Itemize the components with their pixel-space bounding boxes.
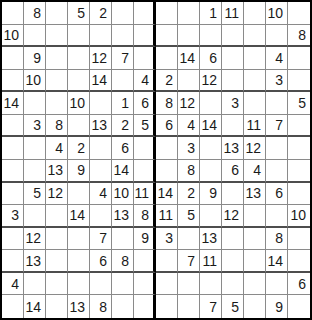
cell-r7c7-empty[interactable] [134,137,156,160]
cell-r5c13-empty[interactable] [266,92,288,115]
cell-r10c11-given: 12 [222,205,244,228]
cell-r2c11-empty[interactable] [222,25,244,48]
cell-r10c2-empty[interactable] [24,205,46,228]
cell-r8c1-empty[interactable] [2,160,24,183]
cell-r4c7-given: 4 [134,70,156,93]
cell-r3c2-given: 9 [24,47,46,70]
cell-r2c1-given: 10 [2,25,24,48]
cell-r2c8-empty[interactable] [156,25,178,48]
cell-r10c12-empty[interactable] [244,205,266,228]
cell-r1c8-empty[interactable] [156,2,178,25]
cell-r12c12-empty[interactable] [244,250,266,273]
cell-r11c14-empty[interactable] [288,228,310,251]
cell-r12c10-given: 11 [200,250,222,273]
cell-r5c2-empty[interactable] [24,92,46,115]
cell-r4c13-given: 3 [266,70,288,93]
cell-r9c10-given: 9 [200,183,222,206]
cell-r10c5-empty[interactable] [90,205,112,228]
cell-r6c4-empty[interactable] [68,115,90,138]
cell-r2c9-empty[interactable] [178,25,200,48]
cell-r1c13-given: 10 [266,2,288,25]
cell-r12c4-empty[interactable] [68,250,90,273]
cell-r13c1-given: 4 [2,273,24,296]
cell-r12c1-empty[interactable] [2,250,24,273]
cell-r12c5-given: 6 [90,250,112,273]
cell-r6c12-given: 11 [244,115,266,138]
cell-r6c3-given: 8 [46,115,68,138]
cell-r2c12-empty[interactable] [244,25,266,48]
cell-r12c13-given: 14 [266,250,288,273]
cell-r5c6-given: 1 [112,92,134,115]
cell-r11c8-given: 3 [156,228,178,251]
cell-r2c14-given: 8 [288,25,310,48]
cell-r14c10-given: 7 [200,295,222,318]
cell-r3c9-given: 14 [178,47,200,70]
cell-r7c9-given: 3 [178,137,200,160]
cell-r4c10-given: 12 [200,70,222,93]
cell-r8c2-empty[interactable] [24,160,46,183]
cell-r11c13-given: 8 [266,228,288,251]
cell-r9c6-given: 10 [112,183,134,206]
cell-r13c11-empty[interactable] [222,273,244,296]
cell-r8c9-given: 8 [178,160,200,183]
cell-r4c12-empty[interactable] [244,70,266,93]
cell-r4c2-given: 10 [24,70,46,93]
cell-r10c13-empty[interactable] [266,205,288,228]
cell-r2c5-empty[interactable] [90,25,112,48]
cell-r14c9-empty[interactable] [178,295,200,318]
cell-r10c10-empty[interactable] [200,205,222,228]
cell-r3c8-empty[interactable] [156,47,178,70]
cell-r8c4-given: 9 [68,160,90,183]
cell-r7c1-empty[interactable] [2,137,24,160]
cell-r3c4-empty[interactable] [68,47,90,70]
cell-r7c2-empty[interactable] [24,137,46,160]
cell-r10c1-given: 3 [2,205,24,228]
cell-r10c9-given: 5 [178,205,200,228]
cell-r12c2-given: 13 [24,250,46,273]
cell-r9c11-empty[interactable] [222,183,244,206]
cell-r1c10-given: 1 [200,2,222,25]
cell-r1c1-empty[interactable] [2,2,24,25]
cell-r6c8-given: 6 [156,115,178,138]
cell-r3c12-empty[interactable] [244,47,266,70]
cell-r11c7-given: 9 [134,228,156,251]
cell-r1c2-given: 8 [24,2,46,25]
cell-r14c1-empty[interactable] [2,295,24,318]
cell-r8c14-empty[interactable] [288,160,310,183]
cell-r4c6-empty[interactable] [112,70,134,93]
cell-r12c3-empty[interactable] [46,250,68,273]
cell-r10c6-given: 13 [112,205,134,228]
cell-r3c10-given: 6 [200,47,222,70]
cell-r9c14-empty[interactable] [288,183,310,206]
cell-r11c9-empty[interactable] [178,228,200,251]
cell-r14c2-given: 14 [24,295,46,318]
cell-r7c4-given: 2 [68,137,90,160]
cell-r14c11-given: 5 [222,295,244,318]
cell-r9c8-given: 14 [156,183,178,206]
cell-r5c5-empty[interactable] [90,92,112,115]
cell-r4c1-empty[interactable] [2,70,24,93]
cell-r10c8-given: 11 [156,205,178,228]
cell-r9c9-given: 2 [178,183,200,206]
cell-r2c3-empty[interactable] [46,25,68,48]
cell-r7c11-given: 13 [222,137,244,160]
cell-r5c7-given: 6 [134,92,156,115]
cell-r6c13-given: 7 [266,115,288,138]
cell-r7c13-empty[interactable] [266,137,288,160]
cell-r6c10-given: 14 [200,115,222,138]
cell-r4c5-given: 14 [90,70,112,93]
cell-r2c4-empty[interactable] [68,25,90,48]
cell-r2c2-empty[interactable] [24,25,46,48]
cell-r11c5-given: 7 [90,228,112,251]
cell-r11c12-empty[interactable] [244,228,266,251]
cell-r2c10-empty[interactable] [200,25,222,48]
cell-r13c5-empty[interactable] [90,273,112,296]
cell-r9c12-given: 13 [244,183,266,206]
cell-r9c5-given: 4 [90,183,112,206]
cell-r14c12-empty[interactable] [244,295,266,318]
cell-r10c4-given: 14 [68,205,90,228]
cell-r1c12-empty[interactable] [244,2,266,25]
cell-r13c7-empty[interactable] [134,273,156,296]
cell-r12c8-empty[interactable] [156,250,178,273]
cell-r14c6-empty[interactable] [112,295,134,318]
cell-r11c2-given: 12 [24,228,46,251]
cell-r1c7-empty[interactable] [134,2,156,25]
cell-r8c13-empty[interactable] [266,160,288,183]
cell-r11c3-empty[interactable] [46,228,68,251]
cell-r5c10-empty[interactable] [200,92,222,115]
cell-r6c9-given: 4 [178,115,200,138]
cell-r13c8-empty[interactable] [156,273,178,296]
cell-r9c2-given: 5 [24,183,46,206]
cell-r5c9-given: 12 [178,92,200,115]
cell-r2c6-empty[interactable] [112,25,134,48]
cell-r9c13-given: 6 [266,183,288,206]
cell-r6c7-given: 5 [134,115,156,138]
cell-r14c5-given: 8 [90,295,112,318]
cell-r12c11-empty[interactable] [222,250,244,273]
cell-r3c11-empty[interactable] [222,47,244,70]
cell-r13c2-empty[interactable] [24,273,46,296]
cell-r11c10-given: 13 [200,228,222,251]
cell-r12c6-given: 8 [112,250,134,273]
cell-r11c1-empty[interactable] [2,228,24,251]
cell-r3c6-given: 7 [112,47,134,70]
cell-r3c7-empty[interactable] [134,47,156,70]
cell-r14c7-empty[interactable] [134,295,156,318]
cell-r7c14-empty[interactable] [288,137,310,160]
cell-r2c13-empty[interactable] [266,25,288,48]
cell-r3c13-given: 4 [266,47,288,70]
cell-r1c14-empty[interactable] [288,2,310,25]
cell-r14c13-given: 9 [266,295,288,318]
cell-r1c6-empty[interactable] [112,2,134,25]
cell-r8c6-given: 14 [112,160,134,183]
cell-r8c3-given: 13 [46,160,68,183]
cell-r12c14-empty[interactable] [288,250,310,273]
cell-r11c6-empty[interactable] [112,228,134,251]
cell-r13c12-empty[interactable] [244,273,266,296]
cell-r4c14-empty[interactable] [288,70,310,93]
cell-r8c7-empty[interactable] [134,160,156,183]
cell-r13c10-empty[interactable] [200,273,222,296]
cell-r8c10-empty[interactable] [200,160,222,183]
cell-r5c12-empty[interactable] [244,92,266,115]
cell-r14c3-empty[interactable] [46,295,68,318]
cell-r8c12-given: 4 [244,160,266,183]
cell-r7c6-given: 6 [112,137,134,160]
cell-r7c3-given: 4 [46,137,68,160]
cell-r1c5-given: 2 [90,2,112,25]
cell-r3c14-empty[interactable] [288,47,310,70]
cell-r4c9-empty[interactable] [178,70,200,93]
cell-r9c4-empty[interactable] [68,183,90,206]
cell-r7c5-empty[interactable] [90,137,112,160]
cell-r13c13-empty[interactable] [266,273,288,296]
cell-r7c12-given: 12 [244,137,266,160]
cell-r7c8-empty[interactable] [156,137,178,160]
cell-r11c11-empty[interactable] [222,228,244,251]
cell-r3c3-empty[interactable] [46,47,68,70]
cell-r6c6-given: 2 [112,115,134,138]
cell-r9c7-given: 11 [134,183,156,206]
cell-r4c4-empty[interactable] [68,70,90,93]
cell-r1c11-given: 11 [222,2,244,25]
cell-r12c7-empty[interactable] [134,250,156,273]
cell-r13c14-given: 6 [288,273,310,296]
cell-r5c4-given: 10 [68,92,90,115]
cell-r13c6-empty[interactable] [112,273,134,296]
cell-r10c14-given: 10 [288,205,310,228]
cell-r14c4-given: 13 [68,295,90,318]
cell-r5c11-given: 3 [222,92,244,115]
cell-r8c8-empty[interactable] [156,160,178,183]
cell-r7c10-empty[interactable] [200,137,222,160]
cell-r8c11-given: 6 [222,160,244,183]
cell-r5c8-given: 8 [156,92,178,115]
cell-r5c14-given: 5 [288,92,310,115]
cell-r8c5-empty[interactable] [90,160,112,183]
cell-r12c9-given: 7 [178,250,200,273]
cell-r4c8-given: 2 [156,70,178,93]
cell-r9c3-given: 12 [46,183,68,206]
cell-r9c1-empty[interactable] [2,183,24,206]
sudoku-board: 8521111010891271464101442123141016812353… [0,0,312,320]
cell-r1c3-empty[interactable] [46,2,68,25]
cell-r10c3-empty[interactable] [46,205,68,228]
cell-r10c7-given: 8 [134,205,156,228]
cell-r6c1-empty[interactable] [2,115,24,138]
cell-r6c2-given: 3 [24,115,46,138]
cell-r6c14-empty[interactable] [288,115,310,138]
cell-r14c14-empty[interactable] [288,295,310,318]
cell-r4c3-empty[interactable] [46,70,68,93]
cell-r2c7-empty[interactable] [134,25,156,48]
cell-r11c4-empty[interactable] [68,228,90,251]
cell-r1c9-empty[interactable] [178,2,200,25]
cell-r13c4-empty[interactable] [68,273,90,296]
cell-r13c3-empty[interactable] [46,273,68,296]
cell-r5c3-empty[interactable] [46,92,68,115]
cell-r3c5-given: 12 [90,47,112,70]
cell-r6c11-empty[interactable] [222,115,244,138]
cell-r13c9-empty[interactable] [178,273,200,296]
cell-r6c5-given: 13 [90,115,112,138]
cell-r5c1-given: 14 [2,92,24,115]
cell-r3c1-empty[interactable] [2,47,24,70]
cell-r1c4-given: 5 [68,2,90,25]
cell-r14c8-empty[interactable] [156,295,178,318]
cell-r4c11-empty[interactable] [222,70,244,93]
